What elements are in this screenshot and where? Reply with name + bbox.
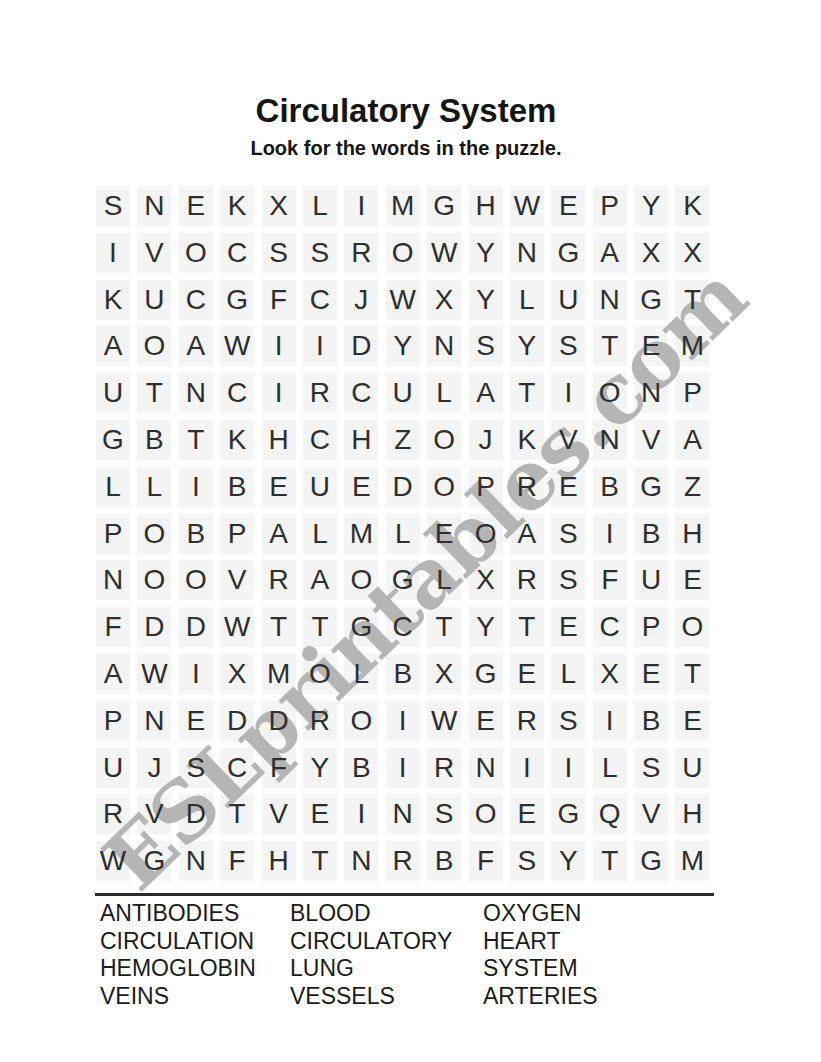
grid-cell[interactable]: C [220, 748, 254, 788]
grid-cell[interactable]: B [179, 514, 213, 554]
grid-cell[interactable]: W [386, 280, 420, 320]
cell-letter: N [600, 284, 620, 316]
grid-cell[interactable]: L [96, 467, 130, 507]
grid-cell[interactable]: J [344, 280, 378, 320]
grid-cell[interactable]: I [386, 701, 420, 741]
grid-cell[interactable]: R [386, 841, 420, 881]
cell-letter: E [642, 330, 661, 362]
grid-cell[interactable]: B [634, 701, 668, 741]
grid-cell[interactable]: K [510, 420, 544, 460]
grid-cell[interactable]: U [386, 373, 420, 413]
cell-letter: R [517, 564, 537, 596]
grid-cell[interactable]: H [469, 186, 503, 226]
grid-cell[interactable]: T [675, 654, 709, 694]
grid-cell[interactable]: I [551, 748, 585, 788]
grid-cell[interactable]: R [303, 373, 337, 413]
grid-cell[interactable]: N [469, 748, 503, 788]
cell-letter: T [518, 377, 535, 409]
grid-cell[interactable]: N [344, 841, 378, 881]
grid-cell[interactable]: K [675, 186, 709, 226]
grid-cell[interactable]: A [593, 233, 627, 273]
grid-cell[interactable]: S [303, 233, 337, 273]
cell-letter: B [145, 424, 164, 456]
cell-letter: I [357, 190, 365, 222]
grid-cell[interactable]: S [510, 841, 544, 881]
cell-letter: S [559, 518, 578, 550]
grid-cell[interactable]: S [179, 748, 213, 788]
grid-cell[interactable]: C [220, 373, 254, 413]
cell-letter: V [145, 798, 164, 830]
grid-cell[interactable]: C [303, 420, 337, 460]
grid-cell[interactable]: I [551, 373, 585, 413]
grid-cell[interactable]: C [179, 280, 213, 320]
grid-cell[interactable]: V [551, 420, 585, 460]
cell-letter: P [642, 611, 661, 643]
grid-cell[interactable]: S [469, 326, 503, 366]
grid-cell[interactable]: A [262, 514, 296, 554]
grid-cell[interactable]: T [593, 841, 627, 881]
cell-letter: N [186, 845, 206, 877]
grid-cell[interactable]: M [675, 841, 709, 881]
grid-cell[interactable]: X [634, 233, 668, 273]
grid-cell[interactable]: V [634, 794, 668, 834]
grid-cell[interactable]: C [344, 373, 378, 413]
grid-cell[interactable]: E [675, 560, 709, 600]
grid-cell[interactable]: P [96, 701, 130, 741]
grid-cell[interactable]: Y [386, 326, 420, 366]
grid-cell[interactable]: P [96, 514, 130, 554]
grid-cell[interactable]: E [469, 701, 503, 741]
grid-cell[interactable]: X [593, 654, 627, 694]
grid-cell[interactable]: A [303, 560, 337, 600]
cell-letter: F [104, 611, 121, 643]
grid-cell[interactable]: R [510, 701, 544, 741]
grid-cell[interactable]: H [262, 420, 296, 460]
grid-cell[interactable]: R [510, 467, 544, 507]
grid-cell[interactable]: B [386, 654, 420, 694]
grid-cell[interactable]: F [469, 841, 503, 881]
grid-cell[interactable]: E [675, 701, 709, 741]
grid-cell[interactable]: D [220, 701, 254, 741]
cell-letter: L [519, 284, 535, 316]
grid-cell[interactable]: Y [303, 748, 337, 788]
cell-letter: O [475, 518, 497, 550]
grid-cell[interactable]: G [137, 841, 171, 881]
cell-letter: A [269, 518, 288, 550]
grid-cell[interactable]: X [427, 280, 461, 320]
grid-cell[interactable]: R [303, 701, 337, 741]
grid-cell[interactable]: L [137, 467, 171, 507]
grid-cell[interactable]: Z [675, 467, 709, 507]
grid-cell[interactable]: O [179, 233, 213, 273]
grid-cell[interactable]: B [137, 420, 171, 460]
cell-letter: A [311, 564, 330, 596]
grid-cell[interactable]: F [262, 748, 296, 788]
grid-cell[interactable]: D [386, 467, 420, 507]
grid-cell[interactable]: V [220, 560, 254, 600]
grid-cell[interactable]: I [344, 186, 378, 226]
cell-letter: Y [642, 190, 661, 222]
grid-cell[interactable]: G [469, 654, 503, 694]
cell-letter: W [390, 284, 416, 316]
cell-letter: F [270, 752, 287, 784]
grid-cell[interactable]: C [220, 233, 254, 273]
cell-letter: R [517, 705, 537, 737]
grid-cell[interactable]: W [427, 701, 461, 741]
grid-cell[interactable]: D [137, 607, 171, 647]
grid-cell[interactable]: Y [634, 186, 668, 226]
cell-letter: B [642, 518, 661, 550]
cell-letter: H [682, 798, 702, 830]
grid-cell[interactable]: T [262, 607, 296, 647]
grid-cell[interactable]: Q [593, 794, 627, 834]
grid-cell[interactable]: I [262, 373, 296, 413]
grid-cell[interactable]: I [262, 326, 296, 366]
cell-letter: O [682, 611, 704, 643]
cell-letter: X [435, 658, 454, 690]
grid-cell[interactable]: O [303, 654, 337, 694]
cell-letter: D [393, 471, 413, 503]
cell-letter: W [431, 237, 457, 269]
cell-letter: T [601, 330, 618, 362]
cell-letter: S [104, 190, 123, 222]
grid-cell[interactable]: U [675, 748, 709, 788]
grid-cell[interactable]: N [510, 233, 544, 273]
cell-letter: K [228, 424, 247, 456]
grid-cell[interactable]: T [593, 326, 627, 366]
grid-cell[interactable]: R [96, 794, 130, 834]
grid-cell[interactable]: T [179, 420, 213, 460]
grid-cell[interactable]: O [137, 514, 171, 554]
grid-cell[interactable]: Z [386, 420, 420, 460]
grid-cell[interactable]: K [220, 420, 254, 460]
grid-cell[interactable]: I [386, 748, 420, 788]
grid-cell[interactable]: I [179, 654, 213, 694]
grid-cell[interactable]: A [510, 514, 544, 554]
grid-cell[interactable]: O [469, 514, 503, 554]
grid-cell[interactable]: G [220, 280, 254, 320]
grid-cell[interactable]: F [220, 841, 254, 881]
grid-cell[interactable]: M [386, 186, 420, 226]
grid-cell[interactable]: I [510, 748, 544, 788]
grid-cell[interactable]: C [303, 280, 337, 320]
grid-cell[interactable]: I [593, 514, 627, 554]
cell-letter: N [600, 424, 620, 456]
grid-cell[interactable]: N [634, 373, 668, 413]
grid-cell[interactable]: D [344, 326, 378, 366]
grid-cell[interactable]: Y [510, 326, 544, 366]
cell-letter: E [186, 705, 205, 737]
grid-cell[interactable]: X [675, 233, 709, 273]
grid-cell[interactable]: G [634, 280, 668, 320]
cell-letter: G [640, 845, 662, 877]
grid-cell[interactable]: O [137, 326, 171, 366]
cell-letter: Y [393, 330, 412, 362]
grid-cell[interactable]: F [593, 560, 627, 600]
word-list-item: SYSTEM [483, 955, 598, 983]
grid-cell[interactable]: V [262, 794, 296, 834]
grid-cell[interactable]: T [510, 607, 544, 647]
cell-letter: T [270, 611, 287, 643]
grid-cell[interactable]: E [262, 467, 296, 507]
grid-cell[interactable]: H [344, 420, 378, 460]
grid-cell[interactable]: P [593, 186, 627, 226]
cell-letter: L [561, 658, 577, 690]
grid-cell[interactable]: Y [469, 607, 503, 647]
grid-cell[interactable]: Y [469, 280, 503, 320]
grid-cell[interactable]: D [262, 701, 296, 741]
grid-cell[interactable]: M [262, 654, 296, 694]
grid-cell[interactable]: O [593, 373, 627, 413]
grid-cell[interactable]: U [634, 560, 668, 600]
grid-cell[interactable]: T [220, 794, 254, 834]
cell-letter: A [104, 330, 123, 362]
grid-cell[interactable]: A [96, 654, 130, 694]
grid-cell[interactable]: R [427, 748, 461, 788]
grid-cell[interactable]: O [469, 794, 503, 834]
grid-cell[interactable]: N [96, 560, 130, 600]
grid-cell[interactable]: V [137, 794, 171, 834]
grid-cell[interactable]: G [386, 560, 420, 600]
grid-cell[interactable]: F [96, 607, 130, 647]
grid-cell[interactable]: W [220, 326, 254, 366]
grid-cell[interactable]: A [469, 373, 503, 413]
grid-cell[interactable]: B [427, 841, 461, 881]
grid-cell[interactable]: E [344, 467, 378, 507]
grid-cell[interactable]: I [303, 326, 337, 366]
grid-cell[interactable]: A [96, 326, 130, 366]
grid-cell[interactable]: C [386, 607, 420, 647]
grid-cell[interactable]: N [179, 373, 213, 413]
word-search-grid: SNEKXLIMGHWEPYKIVOCSSROWYNGAXXKUCGFCJWXY… [96, 186, 712, 881]
cell-letter: G [226, 284, 248, 316]
grid-cell[interactable]: S [551, 514, 585, 554]
grid-cell[interactable]: X [469, 560, 503, 600]
grid-cell[interactable]: E [427, 514, 461, 554]
cell-letter: P [600, 190, 619, 222]
cell-letter: L [395, 518, 411, 550]
cell-letter: I [275, 330, 283, 362]
cell-letter: I [399, 705, 407, 737]
grid-cell[interactable]: L [427, 373, 461, 413]
grid-cell[interactable]: I [344, 794, 378, 834]
grid-cell[interactable]: Y [469, 233, 503, 273]
grid-cell[interactable]: P [634, 607, 668, 647]
cell-letter: K [518, 424, 537, 456]
cell-letter: D [268, 705, 288, 737]
grid-cell[interactable]: G [634, 467, 668, 507]
grid-cell[interactable]: S [262, 233, 296, 273]
grid-cell[interactable]: O [344, 701, 378, 741]
grid-cell[interactable]: D [179, 794, 213, 834]
cell-letter: V [269, 798, 288, 830]
grid-cell[interactable]: T [510, 373, 544, 413]
grid-cell[interactable]: M [344, 514, 378, 554]
grid-cell[interactable]: O [386, 233, 420, 273]
grid-cell[interactable]: E [551, 467, 585, 507]
grid-cell[interactable]: L [510, 280, 544, 320]
cell-letter: O [350, 705, 372, 737]
grid-cell[interactable]: P [469, 467, 503, 507]
grid-cell[interactable]: B [220, 467, 254, 507]
grid-cell[interactable]: G [634, 841, 668, 881]
grid-cell[interactable]: W [220, 607, 254, 647]
grid-cell[interactable]: S [634, 748, 668, 788]
grid-cell[interactable]: I [179, 467, 213, 507]
grid-cell[interactable]: L [551, 654, 585, 694]
grid-cell[interactable]: O [179, 560, 213, 600]
grid-cell[interactable]: S [551, 560, 585, 600]
cell-letter: E [683, 705, 702, 737]
grid-cell[interactable]: W [427, 233, 461, 273]
cell-letter: X [269, 190, 288, 222]
grid-cell[interactable]: G [427, 186, 461, 226]
cell-letter: G [102, 424, 124, 456]
cell-letter: B [600, 471, 619, 503]
grid-cell[interactable]: N [179, 841, 213, 881]
grid-cell[interactable]: X [262, 186, 296, 226]
grid-cell[interactable]: J [469, 420, 503, 460]
grid-cell[interactable]: S [551, 326, 585, 366]
cell-letter: N [103, 564, 123, 596]
grid-cell[interactable]: O [137, 560, 171, 600]
grid-cell[interactable]: E [510, 654, 544, 694]
grid-cell[interactable]: T [427, 607, 461, 647]
grid-cell[interactable]: I [593, 701, 627, 741]
grid-cell[interactable]: L [303, 186, 337, 226]
grid-cell[interactable]: W [96, 841, 130, 881]
grid-cell[interactable]: I [96, 233, 130, 273]
grid-cell[interactable]: B [634, 514, 668, 554]
board-area: SNEKXLIMGHWEPYKIVOCSSROWYNGAXXKUCGFCJWXY… [96, 186, 712, 882]
grid-cell[interactable]: O [344, 560, 378, 600]
grid-cell[interactable]: E [179, 186, 213, 226]
grid-cell[interactable]: C [593, 607, 627, 647]
grid-cell[interactable]: H [262, 841, 296, 881]
grid-cell[interactable]: N [427, 326, 461, 366]
grid-cell[interactable]: R [344, 233, 378, 273]
grid-cell[interactable]: G [551, 233, 585, 273]
grid-cell[interactable]: L [303, 514, 337, 554]
grid-cell[interactable]: N [137, 701, 171, 741]
grid-cell[interactable]: X [427, 654, 461, 694]
grid-cell[interactable]: L [427, 560, 461, 600]
grid-cell[interactable]: O [427, 420, 461, 460]
cell-letter: G [557, 237, 579, 269]
cell-letter: Y [476, 284, 495, 316]
grid-cell[interactable]: N [593, 420, 627, 460]
grid-cell[interactable]: Y [551, 841, 585, 881]
grid-cell[interactable]: G [96, 420, 130, 460]
grid-cell[interactable]: O [675, 607, 709, 647]
grid-cell[interactable]: T [303, 841, 337, 881]
grid-cell[interactable]: E [303, 794, 337, 834]
grid-cell[interactable]: D [179, 607, 213, 647]
cell-letter: T [146, 377, 163, 409]
grid-cell[interactable]: A [179, 326, 213, 366]
grid-cell[interactable]: E [551, 607, 585, 647]
grid-cell[interactable]: S [427, 794, 461, 834]
cell-letter: G [475, 658, 497, 690]
grid-cell[interactable]: T [303, 607, 337, 647]
grid-cell[interactable]: B [593, 467, 627, 507]
grid-cell[interactable]: U [96, 748, 130, 788]
cell-letter: S [186, 752, 205, 784]
grid-cell[interactable]: E [551, 186, 585, 226]
cell-letter: G [144, 845, 166, 877]
grid-cell[interactable]: E [634, 326, 668, 366]
cell-letter: S [518, 845, 537, 877]
grid-cell[interactable]: J [137, 748, 171, 788]
cell-letter: T [684, 284, 701, 316]
grid-cell[interactable]: H [675, 794, 709, 834]
grid-cell[interactable]: B [344, 748, 378, 788]
grid-cell[interactable]: U [303, 467, 337, 507]
grid-cell[interactable]: N [386, 794, 420, 834]
word-list-column: OXYGENHEARTSYSTEMARTERIES [483, 900, 598, 1010]
grid-cell[interactable]: F [262, 280, 296, 320]
grid-cell[interactable]: K [220, 186, 254, 226]
grid-cell[interactable]: L [593, 748, 627, 788]
grid-cell[interactable]: L [344, 654, 378, 694]
grid-cell[interactable]: S [96, 186, 130, 226]
grid-cell[interactable]: W [510, 186, 544, 226]
grid-cell[interactable]: X [220, 654, 254, 694]
grid-cell[interactable]: V [137, 233, 171, 273]
grid-cell[interactable]: A [675, 420, 709, 460]
grid-cell[interactable]: V [634, 420, 668, 460]
grid-cell[interactable]: U [96, 373, 130, 413]
cell-letter: S [559, 564, 578, 596]
cell-letter: A [683, 424, 702, 456]
grid-cell[interactable]: H [675, 514, 709, 554]
grid-cell[interactable]: W [137, 654, 171, 694]
grid-cell[interactable]: U [137, 280, 171, 320]
word-list-item: CIRCULATORY [290, 928, 483, 956]
grid-cell[interactable]: L [386, 514, 420, 554]
grid-cell[interactable]: U [551, 280, 585, 320]
cell-letter: W [224, 611, 250, 643]
grid-cell[interactable]: E [634, 654, 668, 694]
grid-cell[interactable]: T [137, 373, 171, 413]
grid-cell[interactable]: M [675, 326, 709, 366]
grid-cell[interactable]: E [179, 701, 213, 741]
grid-cell[interactable]: G [551, 794, 585, 834]
word-list-column: BLOODCIRCULATORYLUNGVESSELS [290, 900, 483, 1010]
grid-cell[interactable]: P [220, 514, 254, 554]
grid-cell[interactable]: R [510, 560, 544, 600]
grid-cell[interactable]: P [675, 373, 709, 413]
grid-cell[interactable]: T [675, 280, 709, 320]
grid-cell[interactable]: K [96, 280, 130, 320]
cell-letter: D [351, 330, 371, 362]
cell-letter: V [145, 237, 164, 269]
grid-cell[interactable]: E [510, 794, 544, 834]
cell-letter: R [310, 377, 330, 409]
cell-letter: X [642, 237, 661, 269]
grid-cell[interactable]: S [551, 701, 585, 741]
grid-cell[interactable]: N [593, 280, 627, 320]
cell-letter: V [642, 798, 661, 830]
cell-letter: T [436, 611, 453, 643]
cell-letter: X [435, 284, 454, 316]
cell-letter: R [310, 705, 330, 737]
cell-letter: D [144, 611, 164, 643]
grid-cell[interactable]: O [427, 467, 461, 507]
grid-cell[interactable]: N [137, 186, 171, 226]
grid-cell[interactable]: G [344, 607, 378, 647]
grid-cell[interactable]: R [262, 560, 296, 600]
